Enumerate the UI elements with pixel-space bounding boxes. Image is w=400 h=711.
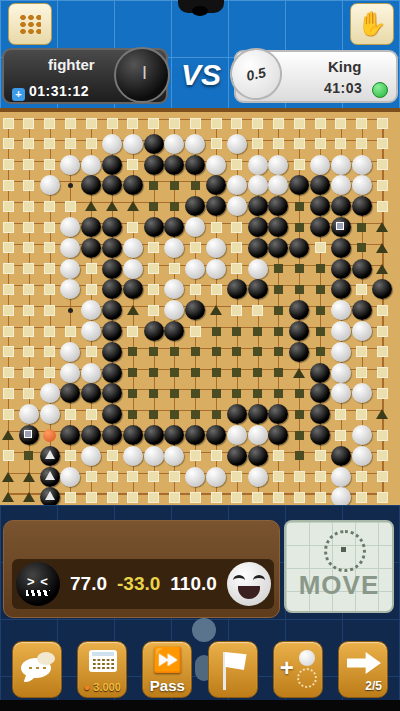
stone-black[interactable]	[81, 238, 101, 258]
white-territory-mark	[45, 223, 54, 232]
white-territory-mark	[191, 243, 200, 252]
stone-black[interactable]	[164, 155, 184, 175]
white-territory-mark	[87, 347, 96, 356]
stone-white[interactable]	[164, 300, 184, 320]
stone-black[interactable]	[81, 383, 101, 403]
white-territory-mark	[66, 493, 75, 502]
black-territory-mark	[274, 306, 283, 315]
count-button[interactable]: ● 3.000	[77, 641, 127, 698]
white-territory-mark	[87, 119, 96, 128]
stone-black[interactable]	[372, 279, 392, 299]
stone-black[interactable]	[227, 279, 247, 299]
stone-white[interactable]	[331, 321, 351, 341]
last-move-square-mark	[24, 430, 32, 438]
stone-black[interactable]	[310, 175, 330, 195]
white-territory-mark	[108, 119, 117, 128]
white-territory-mark	[232, 119, 241, 128]
stone-white[interactable]	[352, 175, 372, 195]
stone-black[interactable]	[102, 279, 122, 299]
black-territory-mark	[295, 285, 304, 294]
stone-black[interactable]	[248, 196, 268, 216]
next-arrow-icon	[347, 652, 381, 674]
black-territory-mark	[170, 368, 179, 377]
stone-black[interactable]	[310, 383, 330, 403]
black-territory-mark	[274, 368, 283, 377]
white-territory-mark	[336, 139, 345, 148]
stone-white[interactable]	[331, 175, 351, 195]
stone-black[interactable]	[185, 425, 205, 445]
white-territory-mark	[45, 243, 54, 252]
stone-black[interactable]	[289, 321, 309, 341]
stone-black[interactable]	[352, 259, 372, 279]
player-white-name: King	[328, 58, 361, 75]
white-territory-mark	[295, 119, 304, 128]
white-territory-mark	[274, 119, 283, 128]
white-territory-mark	[149, 243, 158, 252]
black-territory-mark	[232, 347, 241, 356]
player-white-panel[interactable]: 0.5 King 41:03	[234, 50, 398, 103]
stone-white[interactable]	[164, 279, 184, 299]
stone-white[interactable]	[248, 467, 268, 487]
black-territory-mark	[295, 410, 304, 419]
white-territory-mark	[4, 389, 13, 398]
stone-black[interactable]	[144, 134, 164, 154]
stone-white[interactable]	[60, 279, 80, 299]
black-territory-mark	[128, 368, 137, 377]
stone-black[interactable]	[123, 175, 143, 195]
white-territory-mark	[24, 160, 33, 169]
white-territory-mark	[378, 160, 387, 169]
stone-white[interactable]	[352, 383, 372, 403]
stone-black[interactable]	[331, 259, 351, 279]
black-territory-mark	[253, 389, 262, 398]
stone-black[interactable]	[123, 279, 143, 299]
white-territory-mark	[24, 119, 33, 128]
stone-white[interactable]	[206, 467, 226, 487]
stone-white[interactable]	[60, 467, 80, 487]
stone-black[interactable]	[227, 404, 247, 424]
stone-white[interactable]	[206, 238, 226, 258]
white-territory-mark	[24, 368, 33, 377]
black-territory-mark	[232, 327, 241, 336]
dame-triangle-mark	[106, 201, 118, 211]
white-territory-mark	[232, 472, 241, 481]
stone-black[interactable]	[268, 238, 288, 258]
white-territory-mark	[336, 410, 345, 419]
stone-black[interactable]	[40, 446, 60, 466]
black-territory-mark	[274, 327, 283, 336]
stone-black[interactable]	[352, 196, 372, 216]
white-territory-mark	[212, 139, 221, 148]
stones-layer	[0, 112, 400, 509]
white-territory-mark	[4, 181, 13, 190]
stone-black[interactable]	[206, 175, 226, 195]
stone-white[interactable]	[81, 300, 101, 320]
stone-white[interactable]	[248, 259, 268, 279]
stone-black[interactable]	[102, 321, 122, 341]
stone-black[interactable]	[185, 300, 205, 320]
stone-black[interactable]	[102, 155, 122, 175]
black-territory-mark	[149, 202, 158, 211]
white-territory-mark	[4, 451, 13, 460]
stone-black[interactable]	[268, 404, 288, 424]
vs-label: VS	[168, 58, 234, 92]
resign-button[interactable]	[208, 641, 258, 698]
stone-white[interactable]	[331, 342, 351, 362]
white-territory-mark	[378, 306, 387, 315]
white-territory-mark	[274, 139, 283, 148]
stone-black[interactable]	[81, 217, 101, 237]
black-territory-mark	[128, 410, 137, 419]
white-territory-mark	[378, 119, 387, 128]
black-territory-mark	[274, 347, 283, 356]
black-territory-mark	[316, 327, 325, 336]
black-territory-mark	[170, 389, 179, 398]
stone-white[interactable]	[331, 383, 351, 403]
menu-button[interactable]	[8, 3, 52, 45]
stone-black[interactable]	[40, 467, 60, 487]
stone-black[interactable]	[102, 342, 122, 362]
drag-handle-dot[interactable]	[192, 618, 216, 642]
stone-white[interactable]	[310, 155, 330, 175]
stone-white[interactable]	[60, 342, 80, 362]
white-territory-mark	[191, 451, 200, 460]
stone-black[interactable]	[102, 300, 122, 320]
stone-black[interactable]	[248, 404, 268, 424]
stone-black[interactable]	[102, 363, 122, 383]
dame-triangle-mark	[85, 201, 97, 211]
black-territory-mark	[191, 368, 200, 377]
stone-white[interactable]	[40, 383, 60, 403]
fast-forward-icon: ⏩	[143, 648, 191, 672]
stone-white[interactable]	[352, 425, 372, 445]
white-territory-mark	[24, 306, 33, 315]
black-territory-mark	[212, 389, 221, 398]
stone-black[interactable]	[248, 217, 268, 237]
white-territory-mark	[378, 327, 387, 336]
white-territory-mark	[232, 223, 241, 232]
stone-white[interactable]	[164, 446, 184, 466]
stone-black[interactable]	[310, 196, 330, 216]
stone-white[interactable]	[81, 321, 101, 341]
stone-white[interactable]	[352, 321, 372, 341]
white-territory-mark	[4, 368, 13, 377]
white-territory-mark	[66, 451, 75, 460]
player-black-name: fighter	[48, 56, 95, 73]
stone-black[interactable]	[289, 238, 309, 258]
stone-white[interactable]	[185, 259, 205, 279]
stone-black[interactable]	[60, 425, 80, 445]
stone-white[interactable]	[185, 217, 205, 237]
white-territory-mark	[128, 472, 137, 481]
white-territory-mark	[66, 327, 75, 336]
stone-black[interactable]	[331, 279, 351, 299]
stone-white[interactable]	[248, 155, 268, 175]
header: ✋ fighter +01:31:12 I VS 0.5 King 41:03	[0, 0, 400, 108]
white-territory-mark	[232, 493, 241, 502]
stone-white[interactable]	[60, 363, 80, 383]
white-territory-mark	[128, 493, 137, 502]
score-panel: > < 77.0 -33.0 110.0	[3, 520, 280, 618]
white-territory-mark	[274, 472, 283, 481]
stone-black[interactable]	[81, 425, 101, 445]
stone-white[interactable]	[227, 175, 247, 195]
white-territory-mark	[24, 327, 33, 336]
white-territory-mark	[316, 243, 325, 252]
dame-triangle-mark	[376, 243, 388, 253]
stone-white[interactable]	[123, 259, 143, 279]
count-value: ● 3.000	[78, 681, 126, 693]
stone-black[interactable]	[102, 259, 122, 279]
black-territory-mark	[295, 451, 304, 460]
stone-white[interactable]	[60, 238, 80, 258]
white-territory-mark	[378, 202, 387, 211]
white-territory-mark	[45, 202, 54, 211]
black-territory-mark	[170, 181, 179, 190]
stone-white[interactable]	[164, 238, 184, 258]
hoshi-point	[68, 308, 73, 313]
white-territory-mark	[149, 285, 158, 294]
stone-black[interactable]	[310, 425, 330, 445]
stone-white[interactable]	[123, 134, 143, 154]
dame-triangle-mark	[293, 368, 305, 378]
stone-white[interactable]	[227, 425, 247, 445]
stone-white[interactable]	[185, 134, 205, 154]
stone-black[interactable]	[289, 300, 309, 320]
black-territory-mark	[274, 389, 283, 398]
stone-white[interactable]	[331, 155, 351, 175]
stone-black[interactable]	[352, 300, 372, 320]
black-territory-mark	[253, 327, 262, 336]
white-territory-mark	[24, 243, 33, 252]
stone-white[interactable]	[352, 155, 372, 175]
stone-black[interactable]	[331, 238, 351, 258]
white-territory-mark	[336, 119, 345, 128]
white-territory-mark	[253, 306, 262, 315]
black-territory-mark	[274, 285, 283, 294]
hand-icon: ✋	[357, 12, 387, 36]
black-territory-mark	[24, 451, 33, 460]
stone-black[interactable]	[268, 217, 288, 237]
stone-black[interactable]	[102, 238, 122, 258]
stone-white[interactable]	[331, 467, 351, 487]
stone-black[interactable]	[289, 175, 309, 195]
menu-grid-icon	[19, 14, 41, 34]
stone-white[interactable]	[60, 217, 80, 237]
white-territory-mark	[128, 327, 137, 336]
stone-black[interactable]	[102, 404, 122, 424]
white-territory-mark	[4, 327, 13, 336]
white-territory-mark	[149, 493, 158, 502]
white-territory-mark	[149, 119, 158, 128]
white-territory-mark	[87, 493, 96, 502]
white-score: 110.0	[170, 573, 217, 595]
calculator-icon	[89, 650, 117, 672]
stone-white[interactable]	[268, 175, 288, 195]
stone-white[interactable]	[268, 155, 288, 175]
black-stone-badge: I	[114, 47, 170, 103]
black-territory-mark	[232, 389, 241, 398]
stone-black[interactable]	[164, 217, 184, 237]
stone-black[interactable]	[310, 404, 330, 424]
stone-white[interactable]	[227, 196, 247, 216]
white-territory-mark	[295, 160, 304, 169]
white-territory-mark	[316, 139, 325, 148]
stone-white[interactable]	[60, 155, 80, 175]
black-territory-mark	[191, 389, 200, 398]
stone-black[interactable]	[123, 425, 143, 445]
black-territory-mark	[212, 410, 221, 419]
black-territory-mark	[357, 243, 366, 252]
stone-black[interactable]	[144, 425, 164, 445]
white-territory-mark	[149, 264, 158, 273]
go-board[interactable]	[0, 108, 400, 505]
stone-black[interactable]	[331, 446, 351, 466]
white-territory-mark	[357, 368, 366, 377]
stone-black[interactable]	[310, 217, 330, 237]
white-happy-emoji-icon	[227, 562, 271, 606]
add-stone-button[interactable]: +	[273, 641, 323, 698]
chat-button[interactable]	[12, 641, 62, 698]
black-sad-emoji-icon: > <	[16, 562, 60, 606]
stone-black[interactable]	[144, 321, 164, 341]
white-territory-mark	[108, 451, 117, 460]
stone-black[interactable]	[164, 425, 184, 445]
stone-black[interactable]	[268, 425, 288, 445]
white-territory-mark	[357, 347, 366, 356]
move-button[interactable]: MOVE	[284, 520, 394, 613]
stone-white[interactable]	[81, 446, 101, 466]
stone-black[interactable]	[164, 321, 184, 341]
stone-black[interactable]	[248, 446, 268, 466]
stone-white[interactable]	[227, 134, 247, 154]
player-black-time: 01:31:12	[29, 83, 89, 99]
stone-black[interactable]	[248, 238, 268, 258]
plus-icon[interactable]: +	[12, 88, 25, 101]
stone-white[interactable]	[102, 134, 122, 154]
stone-black[interactable]	[206, 425, 226, 445]
white-territory-mark	[274, 451, 283, 460]
stone-black[interactable]	[60, 383, 80, 403]
stone-black[interactable]	[144, 155, 164, 175]
white-territory-mark	[232, 264, 241, 273]
white-territory-mark	[274, 493, 283, 502]
stone-black[interactable]	[331, 196, 351, 216]
stone-white[interactable]	[123, 446, 143, 466]
stone-white[interactable]	[331, 300, 351, 320]
white-territory-mark	[316, 493, 325, 502]
white-territory-mark	[45, 306, 54, 315]
stone-white[interactable]	[40, 175, 60, 195]
stone-black[interactable]	[102, 425, 122, 445]
dead-stone-triangle-mark	[45, 471, 55, 480]
stone-white[interactable]	[81, 363, 101, 383]
white-territory-mark	[316, 472, 325, 481]
white-territory-mark	[170, 493, 179, 502]
white-territory-mark	[357, 139, 366, 148]
white-territory-mark	[357, 285, 366, 294]
white-territory-mark	[66, 410, 75, 419]
stone-black[interactable]	[102, 175, 122, 195]
stone-white[interactable]	[206, 155, 226, 175]
stone-white[interactable]	[123, 238, 143, 258]
stone-white[interactable]	[164, 134, 184, 154]
top-tab-handle[interactable]	[178, 0, 224, 13]
white-territory-mark	[378, 389, 387, 398]
stone-black[interactable]	[310, 363, 330, 383]
stone-white[interactable]	[206, 259, 226, 279]
stone-black[interactable]	[81, 175, 101, 195]
white-territory-mark	[128, 223, 137, 232]
black-territory-mark	[191, 181, 200, 190]
white-territory-mark	[212, 285, 221, 294]
stone-white[interactable]	[81, 155, 101, 175]
white-territory-mark	[253, 119, 262, 128]
stone-black[interactable]	[102, 217, 122, 237]
hand-button[interactable]: ✋	[350, 3, 394, 45]
toolbar: ● 3.000 ⏩ Pass + 2/5	[0, 641, 400, 701]
stone-black[interactable]	[102, 383, 122, 403]
black-territory-mark	[149, 347, 158, 356]
stone-white[interactable]	[248, 175, 268, 195]
move-target-icon	[324, 530, 366, 572]
stone-black[interactable]	[185, 155, 205, 175]
stone-white[interactable]	[40, 404, 60, 424]
stone-white[interactable]	[60, 259, 80, 279]
stone-black[interactable]	[19, 425, 39, 445]
stone-black[interactable]	[289, 342, 309, 362]
black-territory-mark	[253, 347, 262, 356]
stone-black[interactable]	[268, 196, 288, 216]
white-territory-mark	[212, 451, 221, 460]
stone-white[interactable]	[19, 404, 39, 424]
black-territory-mark	[170, 202, 179, 211]
black-territory-mark	[128, 389, 137, 398]
score-strip: > < 77.0 -33.0 110.0	[12, 559, 274, 609]
white-territory-mark	[191, 285, 200, 294]
black-territory-mark	[316, 306, 325, 315]
black-territory-mark	[274, 264, 283, 273]
stone-white[interactable]	[248, 425, 268, 445]
player-black-panel[interactable]: fighter +01:31:12 I	[2, 48, 168, 104]
white-territory-mark	[4, 264, 13, 273]
dame-triangle-mark	[376, 264, 388, 274]
stone-black[interactable]	[248, 279, 268, 299]
white-territory-mark	[45, 264, 54, 273]
black-territory-mark	[316, 285, 325, 294]
white-territory-mark	[149, 472, 158, 481]
pass-button[interactable]: ⏩ Pass	[142, 641, 192, 698]
stone-black[interactable]	[227, 446, 247, 466]
white-territory-mark	[87, 285, 96, 294]
black-territory-mark	[357, 223, 366, 232]
stone-black[interactable]	[331, 217, 351, 237]
white-territory-mark	[316, 451, 325, 460]
next-button[interactable]: 2/5	[338, 641, 388, 698]
stone-white[interactable]	[185, 467, 205, 487]
white-territory-mark	[45, 327, 54, 336]
white-territory-mark	[128, 160, 137, 169]
stone-white[interactable]	[144, 446, 164, 466]
black-territory-mark	[191, 410, 200, 419]
stone-black[interactable]	[144, 217, 164, 237]
stone-white[interactable]	[352, 446, 372, 466]
white-territory-mark	[128, 119, 137, 128]
stone-white[interactable]	[331, 363, 351, 383]
white-territory-mark	[212, 493, 221, 502]
stone-black[interactable]	[206, 196, 226, 216]
stone-black[interactable]	[185, 196, 205, 216]
